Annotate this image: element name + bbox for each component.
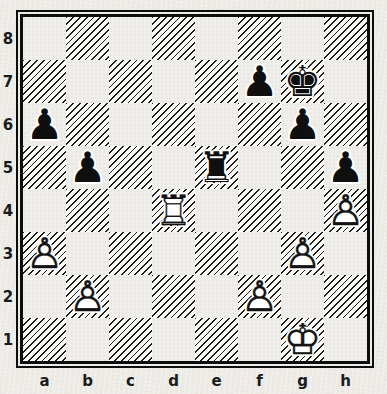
square-d8[interactable] [152, 17, 195, 60]
white-rook-outline: ♖ [152, 189, 195, 232]
square-f3[interactable] [238, 232, 281, 275]
file-label-a: a [23, 370, 66, 392]
square-b8[interactable] [66, 17, 109, 60]
board-border-inner: ♟♚♟♟♟♜♟♜♖♟♙♟♙♟♙♟♙♟♙♚♔ [20, 14, 370, 364]
square-a2[interactable] [23, 275, 66, 318]
square-h4[interactable]: ♟♙ [324, 189, 367, 232]
square-a5[interactable] [23, 146, 66, 189]
rank-label-5: 5 [0, 146, 16, 189]
white-pawn-outline: ♙ [324, 189, 367, 232]
square-c2[interactable] [109, 275, 152, 318]
square-c4[interactable] [109, 189, 152, 232]
square-d7[interactable] [152, 60, 195, 103]
chess-diagram: 87654321 ♟♚♟♟♟♜♟♜♖♟♙♟♙♟♙♟♙♟♙♚♔ [0, 10, 374, 368]
square-e8[interactable] [195, 17, 238, 60]
rank-label-2: 2 [0, 275, 16, 318]
white-pawn: ♟♙ [238, 275, 281, 318]
black-pawn: ♟ [281, 103, 324, 146]
square-g7[interactable]: ♚ [281, 60, 324, 103]
square-g2[interactable] [281, 275, 324, 318]
square-c6[interactable] [109, 103, 152, 146]
black-pawn-glyph: ♟ [66, 146, 109, 189]
square-f2[interactable]: ♟♙ [238, 275, 281, 318]
black-king-glyph: ♚ [281, 60, 324, 103]
rank-label-1: 1 [0, 318, 16, 361]
square-h7[interactable] [324, 60, 367, 103]
square-a1[interactable] [23, 318, 66, 361]
square-g8[interactable] [281, 17, 324, 60]
square-b7[interactable] [66, 60, 109, 103]
black-pawn-glyph: ♟ [324, 146, 367, 189]
white-rook: ♜♖ [152, 189, 195, 232]
square-d1[interactable] [152, 318, 195, 361]
square-a4[interactable] [23, 189, 66, 232]
square-g5[interactable] [281, 146, 324, 189]
rank-label-4: 4 [0, 189, 16, 232]
chess-board: ♟♚♟♟♟♜♟♜♖♟♙♟♙♟♙♟♙♟♙♚♔ [23, 17, 367, 361]
square-a6[interactable]: ♟ [23, 103, 66, 146]
square-f8[interactable] [238, 17, 281, 60]
square-e6[interactable] [195, 103, 238, 146]
square-f7[interactable]: ♟ [238, 60, 281, 103]
square-e5[interactable]: ♜ [195, 146, 238, 189]
file-label-b: b [66, 370, 109, 392]
square-c7[interactable] [109, 60, 152, 103]
square-h2[interactable] [324, 275, 367, 318]
square-e2[interactable] [195, 275, 238, 318]
rank-labels: 87654321 [0, 10, 16, 368]
rank-label-3: 3 [0, 232, 16, 275]
white-pawn-outline: ♙ [281, 232, 324, 275]
square-f1[interactable] [238, 318, 281, 361]
white-king: ♚♔ [281, 318, 324, 361]
black-pawn-glyph: ♟ [23, 103, 66, 146]
square-d3[interactable] [152, 232, 195, 275]
square-a7[interactable] [23, 60, 66, 103]
square-g6[interactable]: ♟ [281, 103, 324, 146]
black-king: ♚ [281, 60, 324, 103]
square-h6[interactable] [324, 103, 367, 146]
black-pawn-glyph: ♟ [281, 103, 324, 146]
square-a3[interactable]: ♟♙ [23, 232, 66, 275]
rank-label-7: 7 [0, 60, 16, 103]
square-a8[interactable] [23, 17, 66, 60]
chess-diagram-page: 87654321 ♟♚♟♟♟♜♟♜♖♟♙♟♙♟♙♟♙♟♙♚♔ abcdefgh [0, 0, 387, 394]
white-pawn-outline: ♙ [23, 232, 66, 275]
black-pawn: ♟ [23, 103, 66, 146]
square-b5[interactable]: ♟ [66, 146, 109, 189]
square-f5[interactable] [238, 146, 281, 189]
black-pawn-glyph: ♟ [238, 60, 281, 103]
square-e3[interactable] [195, 232, 238, 275]
square-b3[interactable] [66, 232, 109, 275]
file-label-d: d [152, 370, 195, 392]
square-c8[interactable] [109, 17, 152, 60]
square-f6[interactable] [238, 103, 281, 146]
square-e7[interactable] [195, 60, 238, 103]
rank-label-8: 8 [0, 17, 16, 60]
square-c3[interactable] [109, 232, 152, 275]
square-e4[interactable] [195, 189, 238, 232]
file-label-g: g [281, 370, 324, 392]
file-labels: abcdefgh [23, 370, 367, 392]
white-king-outline: ♔ [281, 318, 324, 361]
square-h1[interactable] [324, 318, 367, 361]
black-pawn: ♟ [66, 146, 109, 189]
square-e1[interactable] [195, 318, 238, 361]
square-b1[interactable] [66, 318, 109, 361]
file-label-c: c [109, 370, 152, 392]
rank-label-6: 6 [0, 103, 16, 146]
file-label-e: e [195, 370, 238, 392]
square-d5[interactable] [152, 146, 195, 189]
square-g3[interactable]: ♟♙ [281, 232, 324, 275]
white-pawn-outline: ♙ [238, 275, 281, 318]
square-c1[interactable] [109, 318, 152, 361]
black-rook: ♜ [195, 146, 238, 189]
white-pawn-outline: ♙ [66, 275, 109, 318]
square-h3[interactable] [324, 232, 367, 275]
square-b4[interactable] [66, 189, 109, 232]
black-pawn: ♟ [324, 146, 367, 189]
square-d6[interactable] [152, 103, 195, 146]
board-border-outer: ♟♚♟♟♟♜♟♜♖♟♙♟♙♟♙♟♙♟♙♚♔ [16, 10, 374, 368]
square-h8[interactable] [324, 17, 367, 60]
square-h5[interactable]: ♟ [324, 146, 367, 189]
black-pawn: ♟ [238, 60, 281, 103]
square-b2[interactable]: ♟♙ [66, 275, 109, 318]
file-label-h: h [324, 370, 367, 392]
file-label-f: f [238, 370, 281, 392]
white-pawn: ♟♙ [324, 189, 367, 232]
square-g1[interactable]: ♚♔ [281, 318, 324, 361]
white-pawn: ♟♙ [23, 232, 66, 275]
white-pawn: ♟♙ [281, 232, 324, 275]
square-d4[interactable]: ♜♖ [152, 189, 195, 232]
square-b6[interactable] [66, 103, 109, 146]
black-rook-glyph: ♜ [195, 146, 238, 189]
square-g4[interactable] [281, 189, 324, 232]
square-c5[interactable] [109, 146, 152, 189]
white-pawn: ♟♙ [66, 275, 109, 318]
square-f4[interactable] [238, 189, 281, 232]
square-d2[interactable] [152, 275, 195, 318]
